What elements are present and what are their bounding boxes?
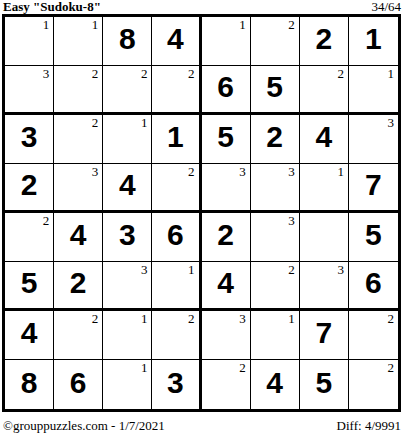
cell-r8c3[interactable]: 1: [103, 360, 152, 409]
given-digit: 5: [21, 268, 38, 298]
cell-r4c1[interactable]: 2: [5, 164, 54, 213]
cell-r5c2[interactable]: 4: [54, 213, 103, 262]
pencil-mark: 2: [288, 263, 295, 276]
cell-r2c7[interactable]: 2: [300, 66, 349, 115]
cell-r8c5[interactable]: 2: [202, 360, 251, 409]
cell-r7c1[interactable]: 4: [5, 311, 54, 360]
given-digit: 8: [119, 24, 136, 54]
cell-r5c7[interactable]: [300, 213, 349, 262]
pencil-mark: 1: [239, 18, 246, 31]
given-digit: 2: [266, 122, 283, 152]
cell-r2c4[interactable]: 2: [152, 66, 201, 115]
pencil-mark: 2: [141, 67, 148, 80]
pencil-mark: 1: [141, 361, 148, 374]
pencil-mark: 2: [92, 312, 99, 325]
pencil-mark: 2: [92, 116, 99, 129]
cell-r8c7[interactable]: 5: [300, 360, 349, 409]
given-digit: 2: [315, 24, 332, 54]
given-digit: 8: [21, 368, 38, 398]
cell-r4c6[interactable]: 3: [251, 164, 300, 213]
given-digit: 3: [167, 368, 184, 398]
pencil-mark: 1: [92, 18, 99, 31]
pencil-mark: 3: [239, 312, 246, 325]
cell-r8c6[interactable]: 4: [251, 360, 300, 409]
given-digit: 6: [217, 72, 234, 102]
cell-r1c7[interactable]: 2: [300, 17, 349, 66]
pencil-mark: 1: [141, 312, 148, 325]
given-digit: 4: [167, 24, 184, 54]
pencil-mark: 2: [188, 312, 195, 325]
cell-r7c3[interactable]: 1: [103, 311, 152, 360]
cell-r5c1[interactable]: 2: [5, 213, 54, 262]
given-digit: 2: [70, 268, 87, 298]
cell-r6c8[interactable]: 6: [349, 262, 398, 311]
cell-r6c4[interactable]: 1: [152, 262, 201, 311]
cell-r2c3[interactable]: 2: [103, 66, 152, 115]
cell-r1c8[interactable]: 1: [349, 17, 398, 66]
given-digit: 4: [315, 122, 332, 152]
cell-r3c2[interactable]: 2: [54, 115, 103, 164]
cell-r8c4[interactable]: 3: [152, 360, 201, 409]
cell-r7c7[interactable]: 7: [300, 311, 349, 360]
cell-r3c7[interactable]: 4: [300, 115, 349, 164]
cell-r8c2[interactable]: 6: [54, 360, 103, 409]
difficulty-text: Diff: 4/9991: [337, 419, 401, 432]
cell-r5c5[interactable]: 2: [202, 213, 251, 262]
cell-r6c2[interactable]: 2: [54, 262, 103, 311]
given-digit: 7: [315, 318, 332, 348]
cell-r2c1[interactable]: 3: [5, 66, 54, 115]
given-digit: 2: [217, 220, 234, 250]
cell-counter: 34/64: [371, 0, 401, 13]
cell-r6c1[interactable]: 5: [5, 262, 54, 311]
cell-r4c4[interactable]: 2: [152, 164, 201, 213]
cell-r8c1[interactable]: 8: [5, 360, 54, 409]
cell-r3c6[interactable]: 2: [251, 115, 300, 164]
given-digit: 4: [119, 170, 136, 200]
pencil-mark: 2: [239, 361, 246, 374]
cell-r7c4[interactable]: 2: [152, 311, 201, 360]
cell-r6c5[interactable]: 4: [202, 262, 251, 311]
given-digit: 4: [21, 318, 38, 348]
cell-r3c8[interactable]: 3: [349, 115, 398, 164]
cell-r6c7[interactable]: 3: [300, 262, 349, 311]
pencil-mark: 2: [337, 67, 344, 80]
cell-r4c8[interactable]: 7: [349, 164, 398, 213]
given-digit: 4: [70, 220, 87, 250]
page-header: Easy "Sudoku-8" 34/64: [0, 0, 403, 14]
cell-r5c3[interactable]: 3: [103, 213, 152, 262]
pencil-mark: 3: [288, 165, 295, 178]
pencil-mark: 2: [92, 67, 99, 80]
pencil-mark: 2: [388, 361, 395, 374]
cell-r6c6[interactable]: 2: [251, 262, 300, 311]
cell-r7c5[interactable]: 3: [202, 311, 251, 360]
given-digit: 2: [21, 170, 38, 200]
pencil-mark: 1: [141, 116, 148, 129]
cell-r6c3[interactable]: 3: [103, 262, 152, 311]
cell-r2c6[interactable]: 5: [251, 66, 300, 115]
cell-r5c8[interactable]: 5: [349, 213, 398, 262]
given-digit: 4: [266, 368, 283, 398]
pencil-mark: 3: [92, 165, 99, 178]
given-digit: 5: [315, 368, 332, 398]
pencil-mark: 1: [337, 165, 344, 178]
pencil-mark: 3: [288, 214, 295, 227]
cell-r4c7[interactable]: 1: [300, 164, 349, 213]
pencil-mark: 1: [43, 18, 50, 31]
given-digit: 6: [365, 268, 382, 298]
given-digit: 5: [266, 72, 283, 102]
cell-r1c6[interactable]: 2: [251, 17, 300, 66]
pencil-mark: 1: [188, 263, 195, 276]
pencil-mark: 2: [388, 312, 395, 325]
cell-r3c3[interactable]: 1: [103, 115, 152, 164]
cell-r2c5[interactable]: 6: [202, 66, 251, 115]
cell-r2c2[interactable]: 2: [54, 66, 103, 115]
cell-r7c8[interactable]: 2: [349, 311, 398, 360]
cell-r7c6[interactable]: 1: [251, 311, 300, 360]
cell-r2c8[interactable]: 1: [349, 66, 398, 115]
given-digit: 7: [365, 170, 382, 200]
pencil-mark: 2: [288, 18, 295, 31]
cell-r1c5[interactable]: 1: [202, 17, 251, 66]
cell-r7c2[interactable]: 2: [54, 311, 103, 360]
given-digit: 6: [167, 220, 184, 250]
page-footer: ©grouppuzzles.com - 1/7/2021 Diff: 4/999…: [0, 412, 403, 432]
given-digit: 6: [70, 368, 87, 398]
pencil-mark: 2: [188, 67, 195, 80]
given-digit: 1: [167, 122, 184, 152]
puzzle-title: Easy "Sudoku-8": [3, 0, 101, 13]
given-digit: 5: [217, 122, 234, 152]
cell-r5c4[interactable]: 6: [152, 213, 201, 262]
pencil-mark: 3: [388, 116, 395, 129]
pencil-mark: 3: [337, 263, 344, 276]
cell-r1c1[interactable]: 1: [5, 17, 54, 66]
cell-r3c5[interactable]: 5: [202, 115, 251, 164]
given-digit: 3: [119, 220, 136, 250]
cell-r1c2[interactable]: 1: [54, 17, 103, 66]
pencil-mark: 2: [188, 165, 195, 178]
given-digit: 3: [21, 122, 38, 152]
pencil-mark: 3: [239, 165, 246, 178]
given-digit: 5: [365, 220, 382, 250]
pencil-mark: 2: [43, 214, 50, 227]
pencil-mark: 1: [288, 312, 295, 325]
pencil-mark: 1: [388, 67, 395, 80]
pencil-mark: 3: [43, 67, 50, 80]
sudoku-board: 1184122132226521321152432342331724362355…: [2, 14, 401, 412]
cell-r1c3[interactable]: 8: [103, 17, 152, 66]
given-digit: 1: [365, 24, 382, 54]
cell-r4c5[interactable]: 3: [202, 164, 251, 213]
pencil-mark: 3: [141, 263, 148, 276]
cell-r3c1[interactable]: 3: [5, 115, 54, 164]
copyright-text: ©grouppuzzles.com - 1/7/2021: [3, 419, 165, 432]
given-digit: 4: [217, 268, 234, 298]
cell-r1c4[interactable]: 4: [152, 17, 201, 66]
cell-r8c8[interactable]: 2: [349, 360, 398, 409]
cell-r3c4[interactable]: 1: [152, 115, 201, 164]
cell-r4c2[interactable]: 3: [54, 164, 103, 213]
cell-r5c6[interactable]: 3: [251, 213, 300, 262]
cell-r4c3[interactable]: 4: [103, 164, 152, 213]
